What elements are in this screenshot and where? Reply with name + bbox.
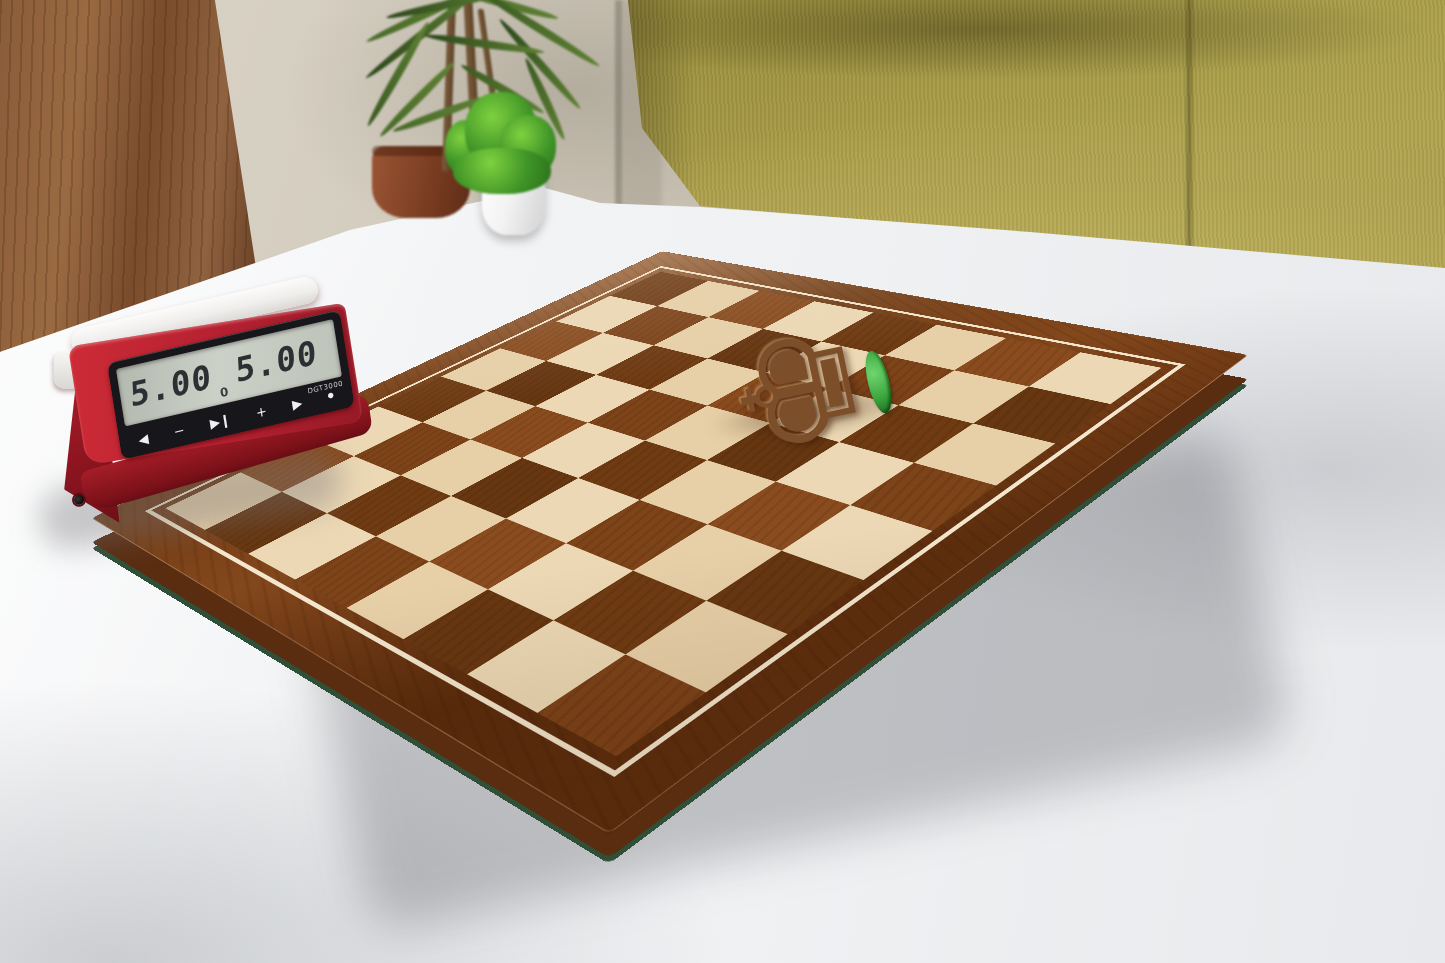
clock-button: − (169, 421, 190, 440)
clock-button: ◀ (133, 429, 153, 448)
power-port-icon (73, 494, 84, 505)
move-counter: 0 (219, 384, 229, 400)
scene: ♚ 5.00 5.00 0 DGT3000 ◀−▶❙+▶● (0, 0, 1445, 963)
plant-group (330, 0, 600, 260)
right-time: 5.00 (235, 331, 325, 391)
clock-button: ● (323, 390, 338, 401)
clock-button: ▶❙ (205, 410, 236, 431)
fallen-piece: ♚ (690, 300, 940, 480)
clock-button: ▶ (287, 394, 307, 413)
planter-bush (445, 80, 575, 195)
fallen-king-glyph: ♚ (705, 297, 890, 482)
bush-foliage (453, 148, 551, 194)
clock-button: + (251, 402, 272, 421)
left-time: 5.00 (129, 355, 219, 415)
